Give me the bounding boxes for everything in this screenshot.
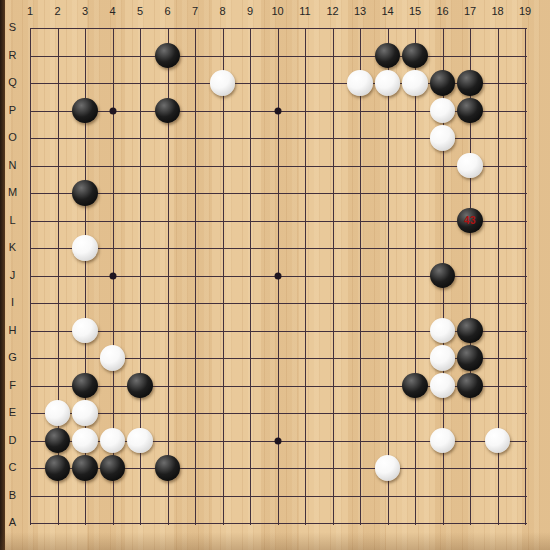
stone-white — [430, 98, 456, 124]
stone-white — [430, 345, 456, 371]
stone-black — [127, 373, 153, 399]
stone-white — [430, 125, 456, 151]
stone-black — [430, 263, 456, 289]
stone-white — [210, 70, 236, 96]
stone-black — [155, 98, 181, 124]
stone-black — [72, 180, 98, 206]
stone-white — [430, 318, 456, 344]
stone-black — [100, 455, 126, 481]
stone-white — [100, 345, 126, 371]
stone-black — [457, 318, 483, 344]
stone-white — [127, 428, 153, 454]
stone-white — [100, 428, 126, 454]
stone-black — [72, 98, 98, 124]
stone-black — [72, 373, 98, 399]
stone-black — [45, 455, 71, 481]
stone-black — [72, 455, 98, 481]
stones-grid[interactable]: 43 — [16, 14, 539, 537]
stone-black — [457, 373, 483, 399]
stone-white — [457, 153, 483, 179]
stone-white — [72, 235, 98, 261]
stone-black-last-move: 43 — [457, 208, 483, 234]
stone-white — [375, 455, 401, 481]
stone-black — [402, 373, 428, 399]
stone-black — [457, 98, 483, 124]
stone-black — [155, 455, 181, 481]
stone-black — [430, 70, 456, 96]
stone-white — [72, 428, 98, 454]
stone-white — [375, 70, 401, 96]
move-number-label: 43 — [457, 208, 483, 234]
stone-black — [155, 43, 181, 69]
stone-white — [72, 318, 98, 344]
stone-white — [430, 373, 456, 399]
stone-white — [402, 70, 428, 96]
stone-black — [402, 43, 428, 69]
stone-white — [45, 400, 71, 426]
stone-black — [457, 70, 483, 96]
go-board: 12345678910111213141516171819 SRQPONMLKJ… — [0, 0, 550, 550]
stone-white — [485, 428, 511, 454]
stone-black — [375, 43, 401, 69]
stone-black — [45, 428, 71, 454]
stone-white — [347, 70, 373, 96]
stone-black — [457, 345, 483, 371]
stone-white — [72, 400, 98, 426]
stone-white — [430, 428, 456, 454]
